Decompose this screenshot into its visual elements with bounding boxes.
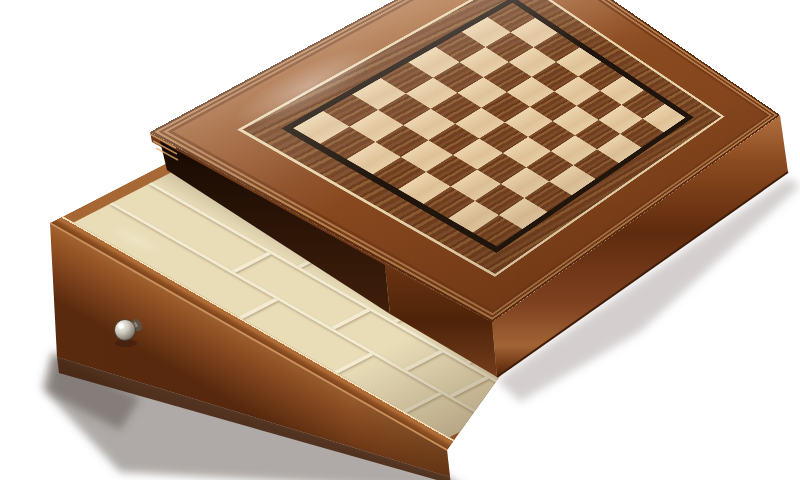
knob-ball-icon [115,320,136,341]
chess-case-product-photo [0,0,800,480]
chess-board [293,3,685,247]
